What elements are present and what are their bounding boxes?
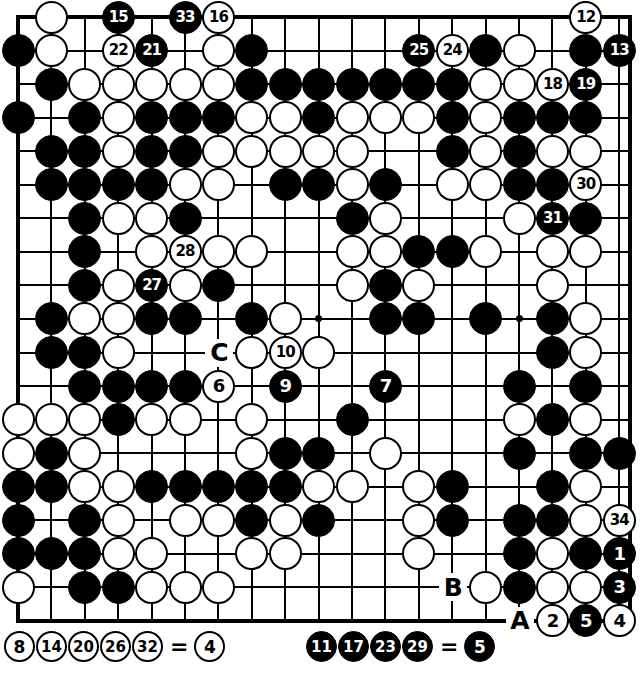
stone-white xyxy=(35,1,68,34)
stone-black xyxy=(68,235,101,268)
stone-white xyxy=(235,537,268,570)
stone-white xyxy=(2,437,35,470)
stone-white xyxy=(235,101,268,134)
move-repetition-caption: 814202632=411172329=5 xyxy=(0,629,640,671)
board-letter-A: A xyxy=(506,607,534,635)
move-number: 34 xyxy=(610,513,629,528)
stone-white xyxy=(302,135,335,168)
stone-white xyxy=(102,68,135,101)
stone-white-34: 34 xyxy=(603,504,636,537)
stone-black xyxy=(102,403,135,436)
stone-black xyxy=(35,302,68,335)
stone-black xyxy=(235,34,268,67)
stone-black xyxy=(35,437,68,470)
stone-black xyxy=(68,269,101,302)
stone-white xyxy=(336,168,369,201)
stone-black xyxy=(35,470,68,503)
stone-white xyxy=(536,269,569,302)
move-number: 7 xyxy=(380,377,392,395)
stone-black-21: 21 xyxy=(135,34,168,67)
stone-white xyxy=(102,135,135,168)
stone-black xyxy=(436,504,469,537)
stone-black xyxy=(135,101,168,134)
stone-white xyxy=(202,235,235,268)
stone-white xyxy=(68,403,101,436)
star-point xyxy=(516,315,523,322)
stone-white xyxy=(102,336,135,369)
stone-black xyxy=(169,370,202,403)
stone-black xyxy=(102,370,135,403)
caption-stone-white-8: 8 xyxy=(4,631,35,662)
stone-white xyxy=(269,537,302,570)
stone-white xyxy=(169,504,202,537)
stone-white xyxy=(536,571,569,604)
stone-black xyxy=(68,537,101,570)
stone-white-28: 28 xyxy=(169,235,202,268)
stone-white xyxy=(135,403,168,436)
stone-white-10: 10 xyxy=(269,336,302,369)
stone-black xyxy=(169,135,202,168)
stone-white xyxy=(569,336,602,369)
stone-white xyxy=(569,470,602,503)
stone-white xyxy=(503,202,536,235)
go-board: CBA1533161222212524131819303128271069734… xyxy=(0,0,640,632)
stone-white xyxy=(569,403,602,436)
stone-black xyxy=(2,504,35,537)
stone-white xyxy=(102,504,135,537)
move-number: 19 xyxy=(576,77,595,92)
stone-white xyxy=(402,269,435,302)
stone-white xyxy=(469,235,502,268)
move-number: 30 xyxy=(576,177,595,192)
stone-black xyxy=(235,504,268,537)
caption-stone-black-11: 11 xyxy=(306,631,337,662)
stone-white xyxy=(569,235,602,268)
stone-white xyxy=(336,470,369,503)
stone-black xyxy=(169,470,202,503)
stone-white xyxy=(503,34,536,67)
stone-white-6: 6 xyxy=(202,370,235,403)
move-number: 25 xyxy=(409,43,428,58)
stone-black xyxy=(503,504,536,537)
stone-black xyxy=(135,470,168,503)
move-number: 1 xyxy=(613,545,625,563)
stone-black-25: 25 xyxy=(402,34,435,67)
stone-black xyxy=(302,101,335,134)
stone-white-18: 18 xyxy=(536,68,569,101)
stone-black xyxy=(503,168,536,201)
move-number: 18 xyxy=(543,77,562,92)
stone-white xyxy=(235,336,268,369)
stone-black xyxy=(402,302,435,335)
stone-black xyxy=(135,168,168,201)
stone-white xyxy=(469,571,502,604)
stone-black xyxy=(503,571,536,604)
stone-black xyxy=(102,168,135,201)
move-number: 3 xyxy=(613,578,625,596)
stone-white xyxy=(402,504,435,537)
stone-black xyxy=(135,302,168,335)
stone-white xyxy=(402,470,435,503)
stone-black xyxy=(536,336,569,369)
caption-stone-black-23: 23 xyxy=(370,631,401,662)
stone-white xyxy=(169,269,202,302)
caption-result-stone-white-4: 4 xyxy=(194,631,225,662)
stone-black xyxy=(169,302,202,335)
stone-black xyxy=(469,302,502,335)
move-number: 4 xyxy=(613,612,625,630)
move-number: 22 xyxy=(109,43,128,58)
caption-group-black: 11172329=5 xyxy=(306,631,496,662)
stone-black xyxy=(35,537,68,570)
move-number: 21 xyxy=(142,43,161,58)
stone-black-27: 27 xyxy=(135,269,168,302)
stone-white xyxy=(402,537,435,570)
stone-black xyxy=(135,370,168,403)
stone-black xyxy=(503,135,536,168)
move-number: 9 xyxy=(279,377,291,395)
stone-white xyxy=(269,302,302,335)
stone-white xyxy=(135,571,168,604)
stone-black xyxy=(202,269,235,302)
stone-white xyxy=(102,269,135,302)
stone-white xyxy=(202,68,235,101)
stone-white xyxy=(469,135,502,168)
stone-black xyxy=(302,68,335,101)
stone-white xyxy=(235,437,268,470)
stone-black-1: 1 xyxy=(603,537,636,570)
stone-black-33: 33 xyxy=(169,1,202,34)
stone-black xyxy=(569,101,602,134)
move-number: 16 xyxy=(209,10,228,25)
equals-sign: = xyxy=(440,634,458,659)
stone-white xyxy=(202,168,235,201)
stone-black xyxy=(302,168,335,201)
stone-white xyxy=(68,302,101,335)
stone-white-30: 30 xyxy=(569,168,602,201)
stone-white xyxy=(68,68,101,101)
stone-black xyxy=(436,101,469,134)
stone-white xyxy=(169,571,202,604)
stone-black xyxy=(2,537,35,570)
stone-white-22: 22 xyxy=(102,34,135,67)
stone-white-16: 16 xyxy=(202,1,235,34)
caption-stone-black-17: 17 xyxy=(338,631,369,662)
stone-black xyxy=(2,470,35,503)
stone-white xyxy=(336,101,369,134)
stone-black xyxy=(235,68,268,101)
stone-black xyxy=(503,537,536,570)
stone-black xyxy=(336,403,369,436)
stone-white xyxy=(102,202,135,235)
stone-white xyxy=(336,269,369,302)
stone-black xyxy=(68,571,101,604)
stone-white xyxy=(102,537,135,570)
stone-black xyxy=(269,437,302,470)
move-number: 12 xyxy=(576,10,595,25)
stone-black xyxy=(536,403,569,436)
stone-white xyxy=(469,168,502,201)
caption-stone-white-32: 32 xyxy=(132,631,163,662)
stone-black xyxy=(436,470,469,503)
stone-white xyxy=(235,403,268,436)
stone-black xyxy=(68,135,101,168)
stone-black xyxy=(68,101,101,134)
caption-result-stone-black-5: 5 xyxy=(464,631,495,662)
stone-black-3: 3 xyxy=(603,571,636,604)
stone-black xyxy=(603,437,636,470)
stone-black-13: 13 xyxy=(603,34,636,67)
stone-white xyxy=(402,101,435,134)
stone-black xyxy=(369,302,402,335)
stone-black xyxy=(536,470,569,503)
stone-black xyxy=(35,135,68,168)
stone-white xyxy=(202,34,235,67)
stone-black xyxy=(68,504,101,537)
stone-black xyxy=(302,437,335,470)
stone-white xyxy=(336,235,369,268)
stone-black xyxy=(202,470,235,503)
move-number: 28 xyxy=(176,244,195,259)
move-number: 24 xyxy=(443,43,462,58)
stone-black xyxy=(569,34,602,67)
stone-black xyxy=(269,168,302,201)
stone-white xyxy=(569,571,602,604)
stone-white xyxy=(269,101,302,134)
stone-white xyxy=(469,101,502,134)
stone-white xyxy=(302,336,335,369)
stone-white xyxy=(369,202,402,235)
move-number: 5 xyxy=(580,612,592,630)
stone-black xyxy=(35,68,68,101)
stone-black xyxy=(536,101,569,134)
move-number: 13 xyxy=(610,43,629,58)
stone-black-9: 9 xyxy=(269,370,302,403)
stone-white xyxy=(2,403,35,436)
stone-black-15: 15 xyxy=(102,1,135,34)
stone-white xyxy=(469,68,502,101)
stone-white xyxy=(169,403,202,436)
stone-black xyxy=(569,370,602,403)
stone-white xyxy=(135,235,168,268)
stone-black xyxy=(235,302,268,335)
stone-black xyxy=(369,168,402,201)
stone-black xyxy=(68,370,101,403)
stone-white xyxy=(369,437,402,470)
caption-stone-black-29: 29 xyxy=(402,631,433,662)
stone-black xyxy=(536,302,569,335)
stone-white xyxy=(102,302,135,335)
stone-black xyxy=(436,135,469,168)
stone-white xyxy=(68,437,101,470)
stone-black xyxy=(569,202,602,235)
caption-stone-white-20: 20 xyxy=(68,631,99,662)
caption-group-white: 814202632=4 xyxy=(4,631,226,662)
stone-black xyxy=(536,504,569,537)
stone-black xyxy=(35,336,68,369)
equals-sign: = xyxy=(170,634,188,659)
stone-black xyxy=(68,336,101,369)
stone-white xyxy=(35,34,68,67)
stone-white xyxy=(536,235,569,268)
stone-black-19: 19 xyxy=(569,68,602,101)
stone-black xyxy=(169,202,202,235)
stone-white xyxy=(102,101,135,134)
stone-black xyxy=(503,437,536,470)
stone-black xyxy=(503,370,536,403)
stone-white xyxy=(169,68,202,101)
move-number: 31 xyxy=(543,211,562,226)
move-number: 10 xyxy=(276,345,295,360)
stone-white xyxy=(135,68,168,101)
stone-white-4: 4 xyxy=(603,604,636,637)
move-number: 27 xyxy=(142,278,161,293)
stone-black xyxy=(302,504,335,537)
stone-black xyxy=(68,202,101,235)
stone-white xyxy=(135,202,168,235)
star-point xyxy=(315,315,322,322)
stone-black-7: 7 xyxy=(369,370,402,403)
stone-black xyxy=(235,470,268,503)
stone-white xyxy=(336,135,369,168)
stone-white xyxy=(269,504,302,537)
stone-white xyxy=(235,135,268,168)
caption-stone-white-26: 26 xyxy=(100,631,131,662)
stone-black xyxy=(202,101,235,134)
stone-black xyxy=(135,135,168,168)
stone-black xyxy=(369,68,402,101)
stone-white xyxy=(569,135,602,168)
stone-white xyxy=(235,235,268,268)
go-diagram-page: { "game": "go", "board_size": 19, "posit… xyxy=(0,0,640,678)
stone-white xyxy=(503,68,536,101)
stone-black xyxy=(269,68,302,101)
stone-white xyxy=(503,403,536,436)
stone-white xyxy=(135,537,168,570)
stone-white xyxy=(202,504,235,537)
stone-white xyxy=(35,403,68,436)
move-number: 2 xyxy=(547,612,559,630)
stone-white xyxy=(536,135,569,168)
stone-black xyxy=(536,168,569,201)
move-number: 15 xyxy=(109,10,128,25)
stone-white xyxy=(369,235,402,268)
stone-white xyxy=(169,168,202,201)
stone-white xyxy=(436,168,469,201)
stone-white xyxy=(302,470,335,503)
stone-black xyxy=(402,68,435,101)
caption-stone-white-14: 14 xyxy=(36,631,67,662)
stone-black xyxy=(102,571,135,604)
stone-black xyxy=(369,269,402,302)
stone-black xyxy=(436,68,469,101)
stone-white-12: 12 xyxy=(569,1,602,34)
move-number: 6 xyxy=(213,377,225,395)
board-letter-B: B xyxy=(439,573,467,601)
stone-black xyxy=(68,168,101,201)
stone-white xyxy=(536,537,569,570)
board-letter-C: C xyxy=(205,339,233,367)
stone-black xyxy=(2,34,35,67)
stone-black xyxy=(503,101,536,134)
stone-white xyxy=(202,135,235,168)
stone-black xyxy=(336,202,369,235)
stone-white xyxy=(269,135,302,168)
stone-black xyxy=(569,437,602,470)
stone-white xyxy=(202,571,235,604)
stone-black xyxy=(569,537,602,570)
stone-black xyxy=(169,101,202,134)
stone-white xyxy=(569,302,602,335)
stone-white-24: 24 xyxy=(436,34,469,67)
stone-white xyxy=(2,571,35,604)
stone-black xyxy=(469,34,502,67)
move-number: 33 xyxy=(176,10,195,25)
stone-black xyxy=(402,235,435,268)
stone-black xyxy=(436,235,469,268)
stone-black xyxy=(35,168,68,201)
stone-black xyxy=(2,101,35,134)
stone-black xyxy=(269,470,302,503)
stone-black-31: 31 xyxy=(536,202,569,235)
stone-white xyxy=(569,504,602,537)
stone-black xyxy=(336,68,369,101)
stone-white xyxy=(102,470,135,503)
stone-white xyxy=(68,470,101,503)
stone-white xyxy=(369,101,402,134)
